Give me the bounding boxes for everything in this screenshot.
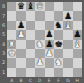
square-a6[interactable] bbox=[7, 21, 16, 30]
square-a2[interactable] bbox=[7, 58, 16, 67]
square-c2[interactable] bbox=[26, 58, 35, 67]
rank-label-5: 5 bbox=[0, 30, 7, 39]
file-label-e: E bbox=[45, 77, 54, 83]
square-f1[interactable] bbox=[54, 68, 63, 77]
square-f2[interactable]: ♞ bbox=[54, 58, 63, 67]
square-e7[interactable] bbox=[45, 11, 54, 20]
square-g2[interactable] bbox=[63, 58, 72, 67]
square-a8[interactable] bbox=[7, 2, 16, 11]
piece-white-bishop-g6[interactable]: ♝ bbox=[64, 20, 72, 29]
square-f8[interactable] bbox=[54, 2, 63, 11]
piece-white-bishop-h4[interactable]: ♝ bbox=[73, 39, 81, 48]
square-b1[interactable] bbox=[16, 68, 25, 77]
piece-white-pawn-d2[interactable]: ♟ bbox=[36, 58, 44, 67]
square-d7[interactable] bbox=[35, 11, 44, 20]
square-f4[interactable]: ♚ bbox=[54, 40, 63, 49]
file-label-h: H bbox=[73, 77, 82, 83]
piece-white-knight-f2[interactable]: ♞ bbox=[55, 58, 63, 67]
chess-board[interactable]: ♛♝♛♟♟♞♝♟♟♟♜♞♟♚♝♚♟♟♞ bbox=[7, 2, 82, 77]
piece-white-pawn-e3[interactable]: ♟ bbox=[45, 49, 53, 58]
square-g6[interactable]: ♝ bbox=[63, 21, 72, 30]
piece-white-queen-d8[interactable]: ♛ bbox=[36, 2, 44, 11]
square-d6[interactable] bbox=[35, 21, 44, 30]
rank-label-6: 6 bbox=[0, 21, 7, 30]
square-d1[interactable] bbox=[35, 68, 44, 77]
square-h2[interactable] bbox=[73, 58, 82, 67]
square-b8[interactable]: ♛ bbox=[16, 2, 25, 11]
square-h1[interactable] bbox=[73, 68, 82, 77]
rank-label-4: 4 bbox=[0, 40, 7, 49]
file-label-c: C bbox=[26, 77, 35, 83]
file-label-f: F bbox=[54, 77, 63, 83]
square-h8[interactable] bbox=[73, 2, 82, 11]
piece-black-queen-b8[interactable]: ♛ bbox=[17, 2, 25, 11]
square-d8[interactable]: ♛ bbox=[35, 2, 44, 11]
square-g3[interactable] bbox=[63, 49, 72, 58]
piece-black-king-f4[interactable]: ♚ bbox=[55, 39, 63, 48]
file-labels: ABCDEFGH bbox=[7, 77, 82, 83]
square-c3[interactable] bbox=[26, 49, 35, 58]
file-label-a: A bbox=[7, 77, 16, 83]
square-h3[interactable] bbox=[73, 49, 82, 58]
square-g1[interactable] bbox=[63, 68, 72, 77]
square-h4[interactable]: ♝ bbox=[73, 40, 82, 49]
square-d2[interactable]: ♟ bbox=[35, 58, 44, 67]
rank-label-2: 2 bbox=[0, 58, 7, 67]
square-c1[interactable] bbox=[26, 68, 35, 77]
piece-white-knight-d4[interactable]: ♞ bbox=[36, 39, 44, 48]
rank-label-3: 3 bbox=[0, 49, 7, 58]
rank-labels: 87654321 bbox=[0, 2, 7, 77]
square-g5[interactable] bbox=[63, 30, 72, 39]
piece-white-king-a3[interactable]: ♚ bbox=[8, 49, 16, 58]
square-c8[interactable]: ♝ bbox=[26, 2, 35, 11]
square-c5[interactable] bbox=[26, 30, 35, 39]
square-b4[interactable] bbox=[16, 40, 25, 49]
square-a3[interactable]: ♚ bbox=[7, 49, 16, 58]
square-b5[interactable]: ♟ bbox=[16, 30, 25, 39]
piece-black-bishop-c8[interactable]: ♝ bbox=[26, 2, 34, 11]
chess-diagram: 87654321 ♛♝♛♟♟♞♝♟♟♟♜♞♟♚♝♚♟♟♞ ABCDEFGH bbox=[0, 0, 84, 83]
piece-white-pawn-b5[interactable]: ♟ bbox=[17, 30, 25, 39]
rank-label-7: 7 bbox=[0, 11, 7, 20]
square-d4[interactable]: ♞ bbox=[35, 40, 44, 49]
file-label-d: D bbox=[35, 77, 44, 83]
square-h7[interactable] bbox=[73, 11, 82, 20]
square-b3[interactable] bbox=[16, 49, 25, 58]
file-label-g: G bbox=[63, 77, 72, 83]
rank-label-1: 1 bbox=[0, 68, 7, 77]
square-a7[interactable] bbox=[7, 11, 16, 20]
square-e8[interactable] bbox=[45, 2, 54, 11]
file-label-b: B bbox=[16, 77, 25, 83]
square-c7[interactable] bbox=[26, 11, 35, 20]
square-g4[interactable] bbox=[63, 40, 72, 49]
square-e3[interactable]: ♟ bbox=[45, 49, 54, 58]
square-c4[interactable] bbox=[26, 40, 35, 49]
piece-black-knight-f6[interactable]: ♞ bbox=[55, 20, 63, 29]
square-c6[interactable] bbox=[26, 21, 35, 30]
square-e1[interactable] bbox=[45, 68, 54, 77]
square-f6[interactable]: ♞ bbox=[54, 21, 63, 30]
rank-label-8: 8 bbox=[0, 2, 7, 11]
square-e2[interactable] bbox=[45, 58, 54, 67]
square-b2[interactable] bbox=[16, 58, 25, 67]
square-a1[interactable] bbox=[7, 68, 16, 77]
